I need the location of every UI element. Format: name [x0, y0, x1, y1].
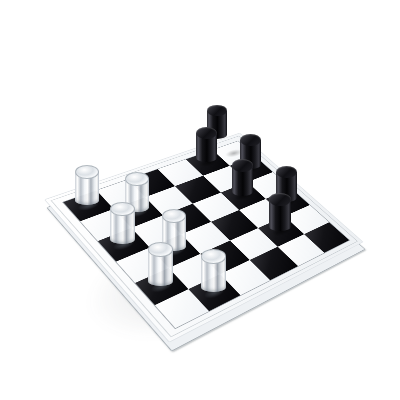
piece-cylinder-top — [232, 159, 254, 171]
checker-piece-clear[interactable] — [148, 250, 174, 286]
piece-cylinder-top — [162, 209, 186, 223]
product-photo-stage — [0, 0, 400, 400]
checker-piece-black[interactable] — [196, 133, 217, 162]
piece-cylinder-top — [201, 249, 226, 264]
piece-cylinder-top — [75, 165, 99, 179]
piece-cylinder-top — [240, 134, 261, 146]
checker-piece-black[interactable] — [269, 200, 291, 231]
checker-piece-clear[interactable] — [75, 172, 99, 206]
checker-piece-black[interactable] — [232, 165, 254, 195]
checker-piece-clear[interactable] — [110, 209, 135, 244]
checker-piece-clear[interactable] — [201, 256, 226, 292]
piece-cylinder-top — [125, 172, 148, 186]
